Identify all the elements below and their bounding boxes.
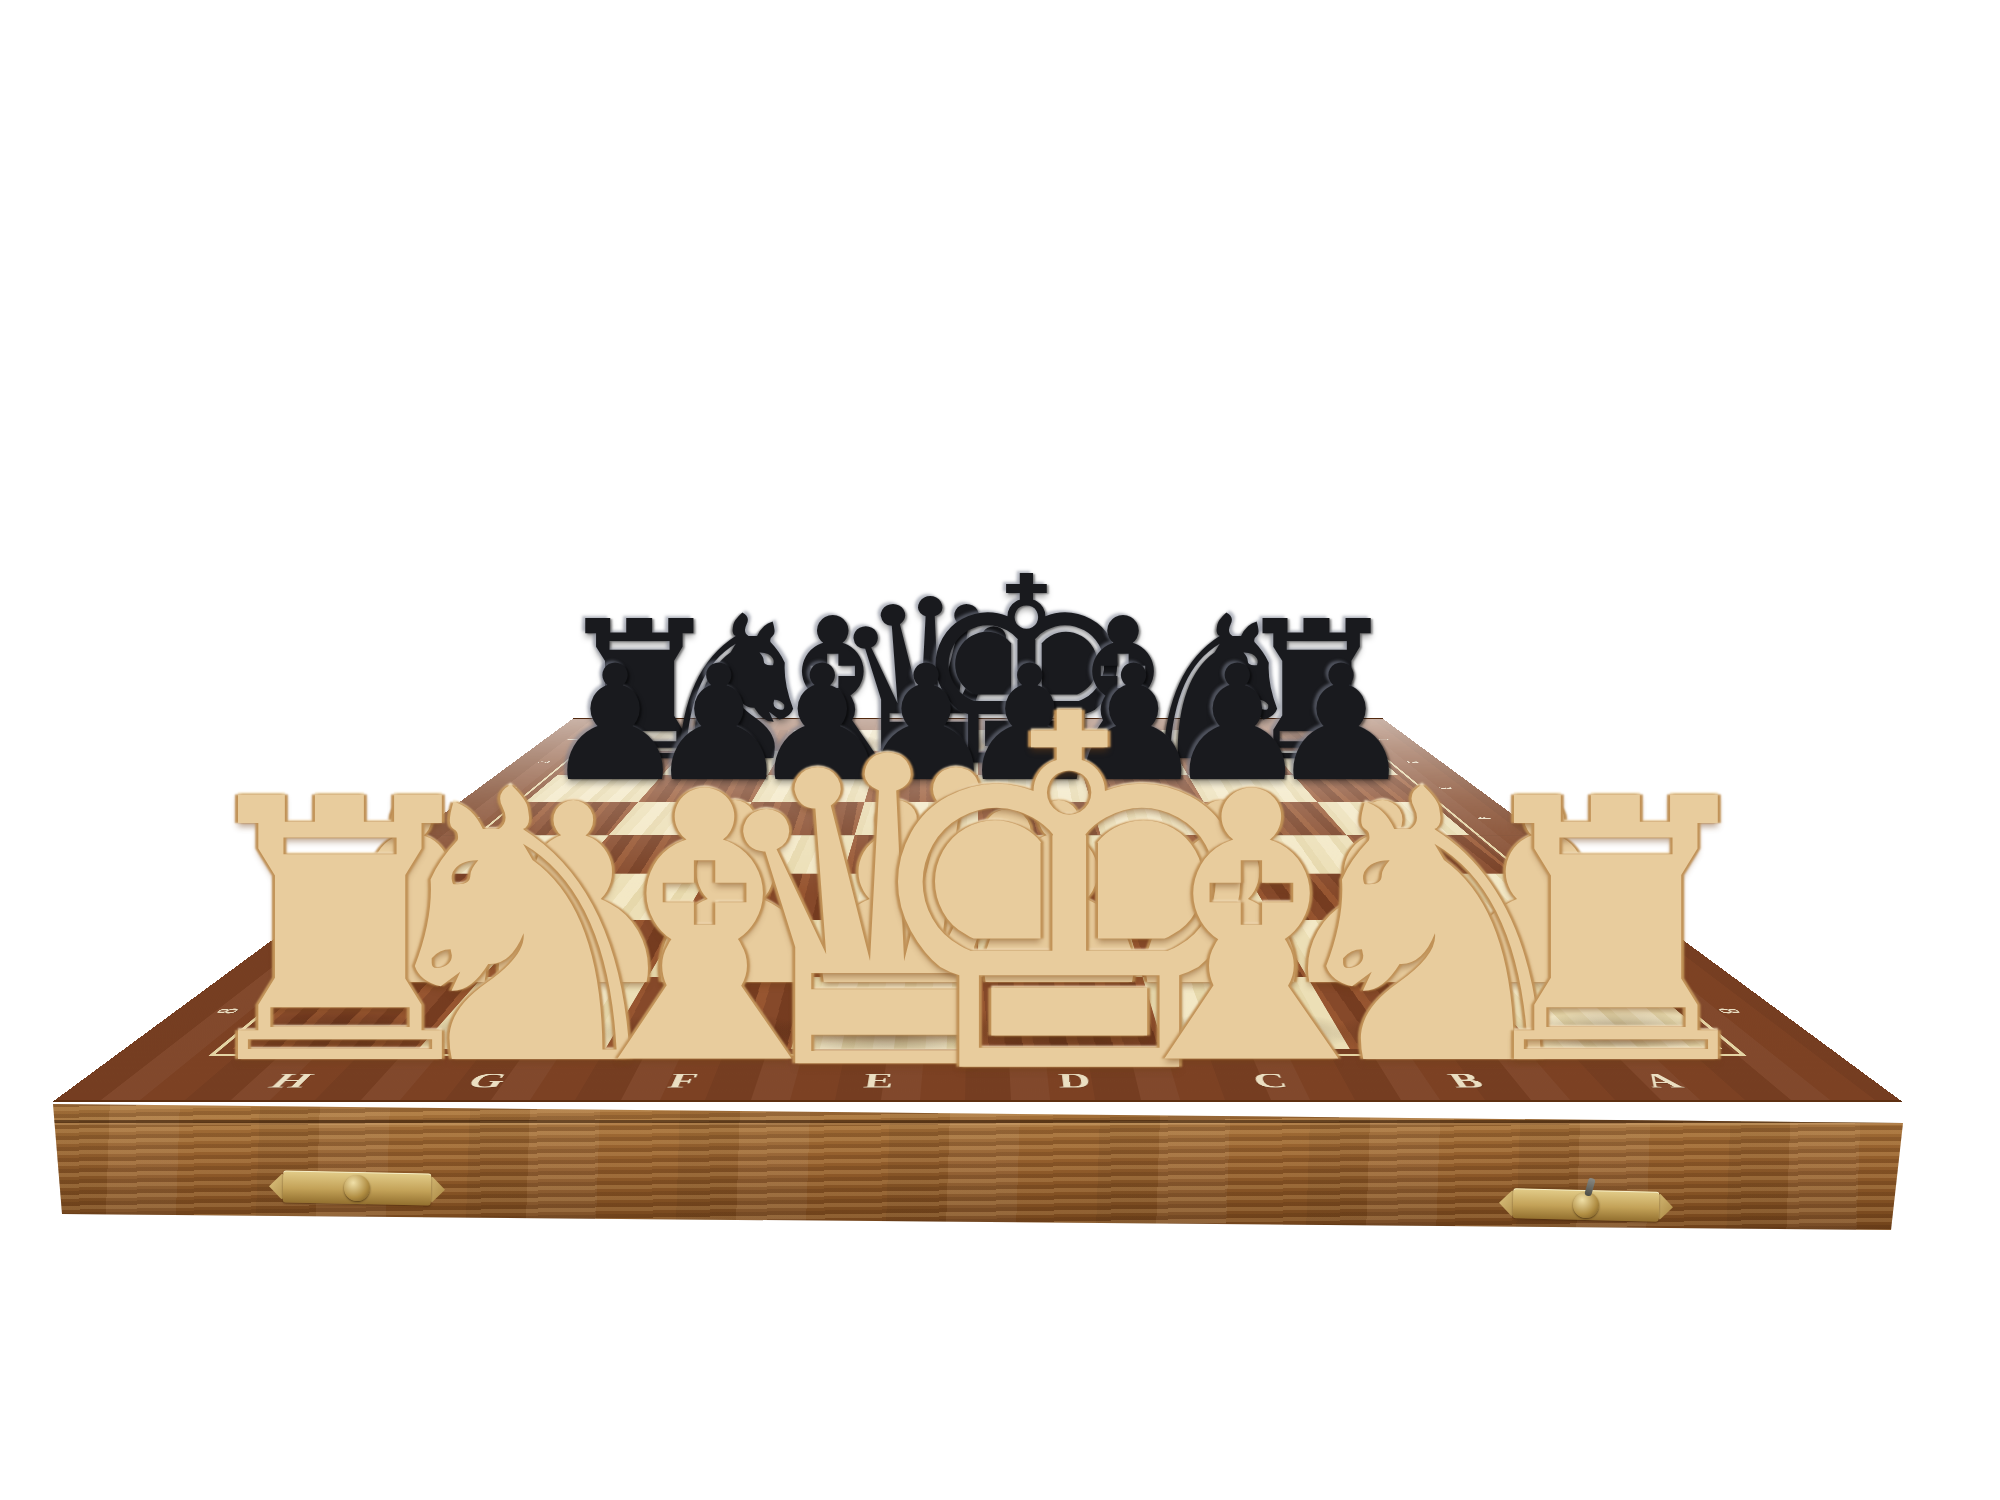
square-d7	[978, 920, 1143, 977]
square-f7	[648, 920, 830, 977]
square-g1	[684, 730, 794, 751]
square-f4	[732, 802, 865, 835]
rank-label-1: 1	[1374, 739, 1394, 741]
square-d4	[978, 802, 1101, 835]
file-label-c: C	[1103, 720, 1121, 725]
square-c3	[1083, 775, 1204, 803]
chess-set-photo: HGFEDCBA HGFEDCBA 12345678 12345678 ♜♞♝♛…	[0, 0, 2000, 1500]
square-c2	[1076, 751, 1188, 775]
square-d2	[978, 751, 1083, 775]
square-e7	[813, 920, 978, 977]
square-c4	[1091, 802, 1223, 835]
rank-label-6: 6	[358, 894, 389, 898]
file-label-d: D	[1014, 720, 1030, 725]
file-label-b: B	[1193, 720, 1211, 725]
square-d1	[978, 730, 1076, 751]
square-e1	[880, 730, 978, 751]
file-label-a: A	[1281, 720, 1302, 725]
file-label-e: E	[862, 1069, 897, 1093]
file-label-h: H	[262, 1069, 323, 1093]
square-e4	[855, 802, 978, 835]
file-label-b: B	[1442, 1069, 1491, 1093]
brass-latch-right	[1513, 1188, 1660, 1222]
square-e8	[791, 977, 977, 1049]
square-f6	[682, 874, 844, 920]
chess-board: HGFEDCBA HGFEDCBA 12345678 12345678	[55, 719, 1900, 1100]
file-label-h: H	[653, 720, 675, 725]
square-d6	[978, 874, 1126, 920]
square-f5	[709, 835, 855, 874]
square-f2	[768, 751, 880, 775]
rank-label-4: 4	[1471, 817, 1496, 820]
rank-label-2: 2	[1402, 761, 1423, 763]
rank-label-5: 5	[1515, 852, 1542, 855]
square-d3	[978, 775, 1091, 803]
rank-label-7: 7	[1630, 945, 1664, 950]
file-label-d: D	[1057, 1069, 1095, 1093]
rank-label-8: 8	[207, 1008, 246, 1014]
square-e3	[865, 775, 978, 803]
rank-label-7: 7	[291, 945, 325, 950]
file-label-f: F	[664, 1069, 704, 1093]
square-c1	[1069, 730, 1173, 751]
square-e6	[830, 874, 978, 920]
rank-label-4: 4	[460, 817, 485, 820]
brass-latch-left	[283, 1170, 432, 1205]
square-c5	[1101, 835, 1247, 874]
square-f1	[782, 730, 886, 751]
square-e5	[843, 835, 977, 874]
square-g3	[638, 775, 768, 803]
file-label-f: F	[836, 720, 852, 725]
rank-label-1: 1	[562, 739, 582, 741]
square-g2	[663, 751, 782, 775]
board-squares	[232, 730, 1722, 1049]
square-d5	[978, 835, 1112, 874]
file-label-c: C	[1249, 1069, 1294, 1093]
file-labels-near: HGFEDCBA	[175, 1064, 1779, 1097]
file-label-g: G	[744, 720, 764, 725]
square-e2	[873, 751, 978, 775]
file-labels-far: HGFEDCBA	[615, 719, 1340, 726]
square-f3	[751, 775, 872, 803]
box-lid-seam	[50, 1120, 1906, 1123]
file-label-g: G	[461, 1069, 515, 1093]
file-label-a: A	[1633, 1069, 1692, 1093]
rank-label-2: 2	[533, 761, 554, 763]
rank-label-8: 8	[1709, 1008, 1748, 1014]
square-d8	[978, 977, 1164, 1049]
rank-label-5: 5	[413, 852, 440, 855]
file-label-e: E	[925, 720, 940, 725]
rank-label-3: 3	[1434, 787, 1457, 789]
rank-label-6: 6	[1567, 894, 1598, 898]
rank-label-3: 3	[499, 787, 522, 789]
